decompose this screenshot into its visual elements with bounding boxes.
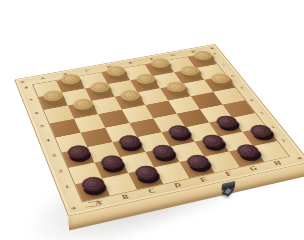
- coordinate-label: 8: [24, 86, 32, 99]
- corner-ornament-icon: ∗: [208, 46, 216, 51]
- latch-plate: [222, 181, 236, 191]
- checkers-board: ∗ ∗ ∗ ∗ ABCDEFGH ABCDEFGH 87654321 87654…: [14, 44, 304, 217]
- light-checker-piece[interactable]: [104, 65, 127, 78]
- light-checker-piece[interactable]: [148, 57, 171, 69]
- coordinate-label: 1: [64, 185, 75, 203]
- metal-latch: [219, 181, 236, 205]
- coordinate-label: 5: [40, 124, 49, 139]
- board-square-b2[interactable]: [95, 157, 129, 178]
- corner-ornament-icon: ∗: [294, 155, 304, 162]
- coordinate-label: 4: [46, 138, 56, 153]
- coordinate-label: 6: [34, 111, 43, 125]
- coordinate-label: 2: [58, 168, 68, 185]
- light-checker-piece[interactable]: [191, 49, 215, 61]
- photo-stage: ∗ ∗ ∗ ∗ ABCDEFGH ABCDEFGH 87654321 87654…: [0, 0, 304, 240]
- corner-ornament-icon: ∗: [69, 205, 78, 213]
- corner-ornament-icon: ∗: [19, 80, 26, 85]
- coordinate-label: 7: [29, 98, 38, 111]
- coordinate-label: 3: [52, 153, 62, 169]
- light-checker-piece[interactable]: [208, 72, 233, 85]
- board-frame: ∗ ∗ ∗ ∗ ABCDEFGH ABCDEFGH 87654321 87654…: [14, 44, 304, 217]
- light-checker-piece[interactable]: [59, 73, 82, 86]
- corner-engraving: [85, 201, 103, 208]
- dark-checker-piece[interactable]: [165, 123, 192, 138]
